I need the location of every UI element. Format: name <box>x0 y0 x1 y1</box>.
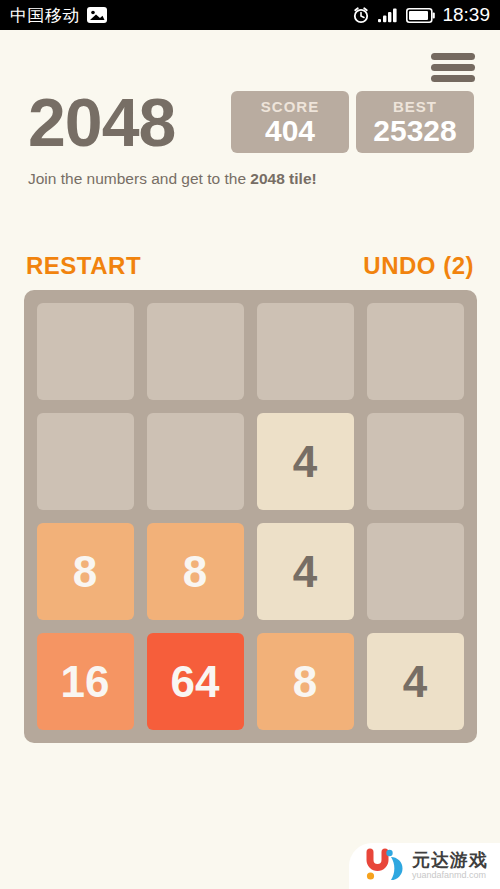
undo-button[interactable]: UNDO (2) <box>363 252 474 280</box>
empty-cell <box>147 413 244 510</box>
empty-cell <box>367 303 464 400</box>
watermark-url: yuandafanmd.com <box>412 871 488 880</box>
controls: RESTART UNDO (2) <box>0 252 500 280</box>
best-value: 25328 <box>373 115 456 147</box>
board[interactable]: 4884166484 <box>24 290 477 743</box>
clock-time: 18:39 <box>442 4 490 26</box>
menu-bar <box>431 53 475 60</box>
best-label: BEST <box>393 98 437 115</box>
tile-8: 8 <box>147 523 244 620</box>
alarm-icon <box>351 5 371 25</box>
tile-8: 8 <box>257 633 354 730</box>
status-bar: 中国移动 <box>0 0 500 30</box>
image-icon <box>87 7 107 23</box>
tile-4: 4 <box>257 413 354 510</box>
empty-cell <box>367 523 464 620</box>
empty-cell <box>37 303 134 400</box>
battery-icon <box>406 8 435 23</box>
header: 2048 SCORE 404 BEST 25328 <box>0 86 500 158</box>
tile-8: 8 <box>37 523 134 620</box>
tile-4: 4 <box>257 523 354 620</box>
empty-cell <box>37 413 134 510</box>
empty-cell <box>257 303 354 400</box>
empty-cell <box>367 413 464 510</box>
carrier-label: 中国移动 <box>10 4 80 27</box>
score-label: SCORE <box>261 98 319 115</box>
signal-icon <box>378 7 399 23</box>
menu-bar <box>431 75 475 82</box>
tile-64: 64 <box>147 633 244 730</box>
watermark-name: 元达游戏 <box>412 851 488 869</box>
tile-16: 16 <box>37 633 134 730</box>
page-title: 2048 <box>28 86 175 158</box>
subtitle-goal: 2048 tile! <box>250 170 316 187</box>
yd-logo-icon <box>365 848 405 882</box>
restart-button[interactable]: RESTART <box>26 252 141 280</box>
menu-icon[interactable] <box>431 53 475 82</box>
menu-bar <box>431 64 475 71</box>
score-value: 404 <box>265 115 315 147</box>
subtitle-text: Join the numbers and get to the <box>28 170 250 187</box>
subtitle: Join the numbers and get to the 2048 til… <box>0 170 500 188</box>
phone-screen: 中国移动 <box>0 0 500 889</box>
tile-4: 4 <box>367 633 464 730</box>
best-box: BEST 25328 <box>356 91 474 153</box>
watermark: 元达游戏 yuandafanmd.com <box>349 843 500 889</box>
score-box: SCORE 404 <box>231 91 349 153</box>
empty-cell <box>147 303 244 400</box>
